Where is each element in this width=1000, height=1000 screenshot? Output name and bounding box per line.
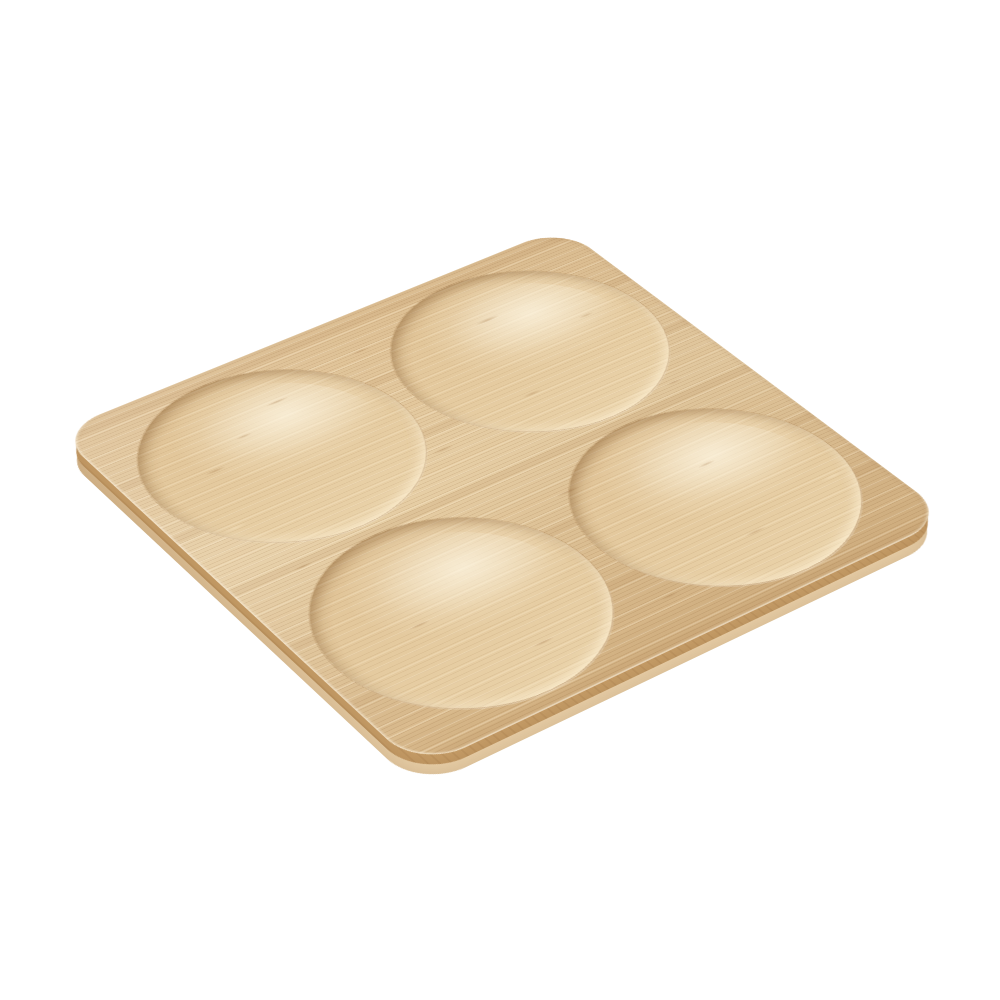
tray-top-surface xyxy=(56,227,950,769)
bamboo-tray xyxy=(56,227,950,769)
tray-3d-viewport xyxy=(0,0,1000,1000)
bamboo-flecks-overlay xyxy=(56,227,950,769)
photo-background xyxy=(0,0,1000,1000)
